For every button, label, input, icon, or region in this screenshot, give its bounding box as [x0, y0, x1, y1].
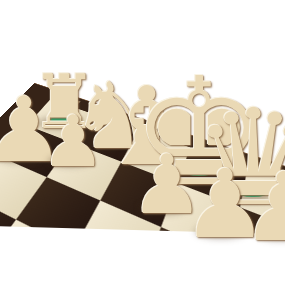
white-pawn: ♟: [41, 106, 105, 177]
chess-set-photo: HGFEDCBA ♟♜♟♞♝♟♚♟♛♟: [0, 0, 285, 285]
white-pawn: ♟: [241, 160, 285, 255]
